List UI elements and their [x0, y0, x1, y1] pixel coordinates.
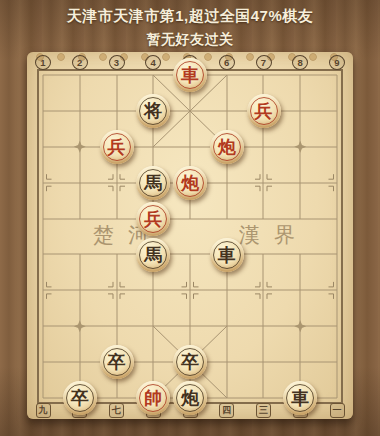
piece-black-卒[interactable]: 卒: [100, 345, 134, 379]
piece-red-兵[interactable]: 兵: [247, 94, 281, 128]
piece-black-馬[interactable]: 馬: [136, 238, 170, 272]
friend-status-text: 暂无好友过关: [0, 31, 380, 49]
pieces-layer: 車将兵兵炮馬炮兵馬車卒卒卒帥炮車: [27, 52, 353, 419]
piece-black-車[interactable]: 車: [210, 238, 244, 272]
piece-red-兵[interactable]: 兵: [136, 202, 170, 236]
piece-red-炮[interactable]: 炮: [210, 130, 244, 164]
rank-text: 天津市天津市第1,超过全国47%棋友: [0, 7, 380, 26]
piece-red-帥[interactable]: 帥: [136, 381, 170, 415]
piece-black-炮[interactable]: 炮: [173, 381, 207, 415]
xiangqi-board[interactable]: 123456789 九八七六五四三二一 楚河 漢界 車将兵兵炮馬炮兵馬車卒卒卒帥…: [27, 52, 353, 419]
piece-black-卒[interactable]: 卒: [63, 381, 97, 415]
piece-red-兵[interactable]: 兵: [100, 130, 134, 164]
piece-black-車[interactable]: 車: [283, 381, 317, 415]
piece-red-炮[interactable]: 炮: [173, 166, 207, 200]
piece-red-車[interactable]: 車: [173, 58, 207, 92]
piece-black-馬[interactable]: 馬: [136, 166, 170, 200]
xiangqi-app-screen: { "header": { "line1": "天津市天津市第1,超过全国47%…: [0, 0, 380, 436]
piece-black-卒[interactable]: 卒: [173, 345, 207, 379]
piece-black-将[interactable]: 将: [136, 94, 170, 128]
player-rank-banner: 天津市天津市第1,超过全国47%棋友 暂无好友过关: [0, 0, 380, 49]
